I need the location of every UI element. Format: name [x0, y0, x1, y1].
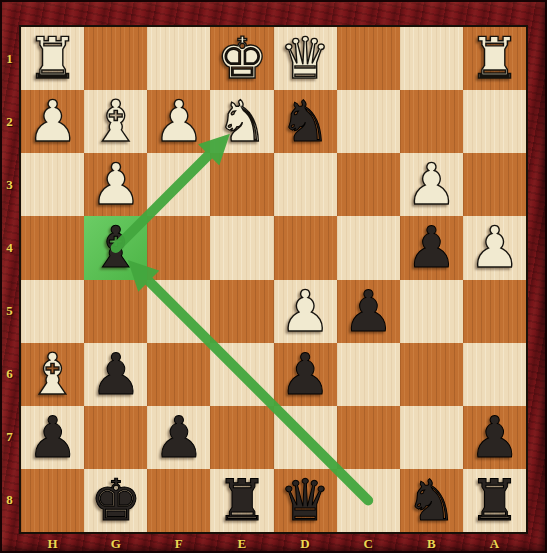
square-h7[interactable]: ♟ [21, 406, 84, 469]
square-h3[interactable] [21, 153, 84, 216]
square-a5[interactable] [463, 280, 526, 343]
square-h2[interactable]: ♟ [21, 90, 84, 153]
square-c7[interactable] [337, 406, 400, 469]
rank-label-5: 5 [0, 280, 19, 343]
square-f3[interactable] [147, 153, 210, 216]
rank-label-1: 1 [0, 27, 19, 90]
square-d1[interactable]: ♛ [274, 27, 337, 90]
piece-black-bishop-g4[interactable]: ♝ [84, 216, 147, 279]
square-c2[interactable] [337, 90, 400, 153]
square-f1[interactable] [147, 27, 210, 90]
square-g2[interactable]: ♝ [84, 90, 147, 153]
square-a4[interactable]: ♟ [463, 216, 526, 279]
square-g5[interactable] [84, 280, 147, 343]
piece-white-rook-a1[interactable]: ♜ [463, 27, 526, 90]
square-b7[interactable] [400, 406, 463, 469]
piece-black-pawn-b4[interactable]: ♟ [400, 216, 463, 279]
square-a6[interactable] [463, 343, 526, 406]
piece-white-bishop-g2[interactable]: ♝ [84, 90, 147, 153]
square-d4[interactable] [274, 216, 337, 279]
square-h8[interactable] [21, 469, 84, 532]
file-labels: HGFEDCBA [21, 534, 526, 553]
square-a1[interactable]: ♜ [463, 27, 526, 90]
file-label-h: H [21, 534, 84, 553]
piece-black-knight-b8[interactable]: ♞ [400, 469, 463, 532]
piece-black-rook-a8[interactable]: ♜ [463, 469, 526, 532]
square-g8[interactable]: ♚ [84, 469, 147, 532]
square-b4[interactable]: ♟ [400, 216, 463, 279]
square-g7[interactable] [84, 406, 147, 469]
square-e5[interactable] [210, 280, 273, 343]
square-d6[interactable]: ♟ [274, 343, 337, 406]
piece-white-knight-e2[interactable]: ♞ [210, 90, 273, 153]
square-a7[interactable]: ♟ [463, 406, 526, 469]
piece-white-pawn-a4[interactable]: ♟ [463, 216, 526, 279]
square-a8[interactable]: ♜ [463, 469, 526, 532]
square-e1[interactable]: ♚ [210, 27, 273, 90]
square-b5[interactable] [400, 280, 463, 343]
piece-black-pawn-c5[interactable]: ♟ [337, 280, 400, 343]
piece-white-pawn-f2[interactable]: ♟ [147, 90, 210, 153]
square-e2[interactable]: ♞ [210, 90, 273, 153]
piece-black-pawn-a7[interactable]: ♟ [463, 406, 526, 469]
file-label-f: F [147, 534, 210, 553]
square-d7[interactable] [274, 406, 337, 469]
piece-white-pawn-g3[interactable]: ♟ [84, 153, 147, 216]
piece-black-pawn-g6[interactable]: ♟ [84, 343, 147, 406]
square-b6[interactable] [400, 343, 463, 406]
rank-label-6: 6 [0, 343, 19, 406]
square-e3[interactable] [210, 153, 273, 216]
square-f2[interactable]: ♟ [147, 90, 210, 153]
piece-white-bishop-h6[interactable]: ♝ [21, 343, 84, 406]
square-f8[interactable] [147, 469, 210, 532]
square-d3[interactable] [274, 153, 337, 216]
file-label-a: A [463, 534, 526, 553]
piece-black-knight-d2[interactable]: ♞ [274, 90, 337, 153]
square-e4[interactable] [210, 216, 273, 279]
file-label-d: D [274, 534, 337, 553]
file-label-g: G [84, 534, 147, 553]
piece-white-rook-h1[interactable]: ♜ [21, 27, 84, 90]
rank-label-3: 3 [0, 153, 19, 216]
square-f7[interactable]: ♟ [147, 406, 210, 469]
file-label-e: E [210, 534, 273, 553]
square-b2[interactable] [400, 90, 463, 153]
piece-white-king-e1[interactable]: ♚ [210, 27, 273, 90]
square-h4[interactable] [21, 216, 84, 279]
file-label-c: C [337, 534, 400, 553]
square-f4[interactable] [147, 216, 210, 279]
rank-label-8: 8 [0, 469, 19, 532]
rank-label-2: 2 [0, 90, 19, 153]
square-e6[interactable] [210, 343, 273, 406]
piece-black-rook-e8[interactable]: ♜ [210, 469, 273, 532]
square-d8[interactable]: ♛ [274, 469, 337, 532]
square-b1[interactable] [400, 27, 463, 90]
board-frame: 12345678 HGFEDCBA ♜♚♛♜♟♝♟♞♞♟♟♝♟♟♟♟♝♟♟♟♟♟… [0, 0, 547, 553]
piece-black-pawn-h7[interactable]: ♟ [21, 406, 84, 469]
piece-black-queen-d8[interactable]: ♛ [274, 469, 337, 532]
square-h1[interactable]: ♜ [21, 27, 84, 90]
piece-white-pawn-h2[interactable]: ♟ [21, 90, 84, 153]
square-e8[interactable]: ♜ [210, 469, 273, 532]
square-b3[interactable]: ♟ [400, 153, 463, 216]
square-c8[interactable] [337, 469, 400, 532]
piece-black-pawn-d6[interactable]: ♟ [274, 343, 337, 406]
square-g3[interactable]: ♟ [84, 153, 147, 216]
square-h6[interactable]: ♝ [21, 343, 84, 406]
square-f5[interactable] [147, 280, 210, 343]
square-b8[interactable]: ♞ [400, 469, 463, 532]
square-h5[interactable] [21, 280, 84, 343]
piece-white-pawn-b3[interactable]: ♟ [400, 153, 463, 216]
file-label-b: B [400, 534, 463, 553]
square-d2[interactable]: ♞ [274, 90, 337, 153]
piece-black-king-g8[interactable]: ♚ [84, 469, 147, 532]
square-c5[interactable]: ♟ [337, 280, 400, 343]
square-g6[interactable]: ♟ [84, 343, 147, 406]
square-c3[interactable] [337, 153, 400, 216]
rank-labels: 12345678 [0, 27, 19, 532]
square-c1[interactable] [337, 27, 400, 90]
square-c6[interactable] [337, 343, 400, 406]
square-a3[interactable] [463, 153, 526, 216]
square-d5[interactable]: ♟ [274, 280, 337, 343]
square-g1[interactable] [84, 27, 147, 90]
square-g4[interactable]: ♝ [84, 216, 147, 279]
chess-board: ♜♚♛♜♟♝♟♞♞♟♟♝♟♟♟♟♝♟♟♟♟♟♚♜♛♞♜ [19, 25, 528, 534]
square-e7[interactable] [210, 406, 273, 469]
rank-label-4: 4 [0, 216, 19, 279]
square-f6[interactable] [147, 343, 210, 406]
piece-white-queen-d1[interactable]: ♛ [274, 27, 337, 90]
piece-black-pawn-f7[interactable]: ♟ [147, 406, 210, 469]
square-c4[interactable] [337, 216, 400, 279]
piece-white-pawn-d5[interactable]: ♟ [274, 280, 337, 343]
rank-label-7: 7 [0, 406, 19, 469]
square-a2[interactable] [463, 90, 526, 153]
